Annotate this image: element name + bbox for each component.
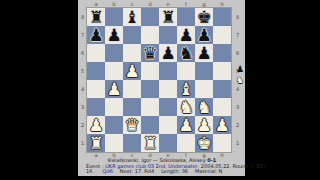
rank-label-3: 3 bbox=[79, 98, 86, 116]
square-c7[interactable] bbox=[123, 26, 141, 44]
square-f2[interactable]: ♟ bbox=[177, 116, 195, 134]
white-bishop: ♝ bbox=[178, 80, 193, 98]
rank-label-6: 6 bbox=[234, 44, 241, 62]
white-pawn: ♟ bbox=[124, 62, 139, 80]
square-g6[interactable]: ♟ bbox=[195, 44, 213, 62]
square-e7[interactable] bbox=[159, 26, 177, 44]
game-caption: Kwiatkowski, Igor — Sokolowka, Alexey 0-… bbox=[86, 158, 238, 175]
square-f6[interactable]: ♞ bbox=[177, 44, 195, 62]
square-d7[interactable] bbox=[141, 26, 159, 44]
rank-label-3: 3 bbox=[234, 98, 241, 116]
square-b8[interactable] bbox=[105, 8, 123, 26]
square-d5[interactable] bbox=[141, 62, 159, 80]
square-c4[interactable] bbox=[123, 80, 141, 98]
file-label-h: h bbox=[213, 1, 231, 8]
board-panel: abcdefgh 87654321 ♜♝♜♚♟♟♟♟♛♟♞♟♟♟♝♞♞♟♛♟♟♟… bbox=[78, 0, 245, 176]
square-b5[interactable] bbox=[105, 62, 123, 80]
square-b6[interactable] bbox=[105, 44, 123, 62]
square-e3[interactable] bbox=[159, 98, 177, 116]
square-h3[interactable] bbox=[213, 98, 231, 116]
white-knight: ♞ bbox=[178, 98, 193, 116]
white-rook: ♜ bbox=[142, 134, 157, 152]
square-a8[interactable]: ♜ bbox=[87, 8, 105, 26]
black-pawn: ♟ bbox=[88, 26, 103, 44]
game-length: Length: 36 bbox=[161, 168, 188, 174]
black-rook: ♜ bbox=[160, 8, 175, 26]
black-rook: ♜ bbox=[88, 8, 103, 26]
square-a6[interactable] bbox=[87, 44, 105, 62]
black-pawn: ♟ bbox=[196, 26, 211, 44]
white-pawn: ♟ bbox=[196, 116, 211, 134]
square-c1[interactable] bbox=[123, 134, 141, 152]
rank-label-1: 1 bbox=[234, 134, 241, 152]
square-g4[interactable] bbox=[195, 80, 213, 98]
square-c6[interactable] bbox=[123, 44, 141, 62]
chess-board: ♜♝♜♚♟♟♟♟♛♟♞♟♟♟♝♞♞♟♛♟♟♟♜♜♚ bbox=[87, 8, 231, 152]
black-knight: ♞ bbox=[178, 44, 193, 62]
black-pawn: ♟ bbox=[196, 44, 211, 62]
square-d8[interactable] bbox=[141, 8, 159, 26]
square-b1[interactable] bbox=[105, 134, 123, 152]
rank-labels-left: 87654321 bbox=[79, 8, 86, 152]
white-queen: ♛ bbox=[124, 116, 139, 134]
captured-white-knight-icon: ♞ bbox=[236, 75, 244, 85]
file-label-b: b bbox=[105, 1, 123, 8]
square-c2[interactable]: ♛ bbox=[123, 116, 141, 134]
square-a2[interactable]: ♟ bbox=[87, 116, 105, 134]
square-g5[interactable] bbox=[195, 62, 213, 80]
square-h1[interactable] bbox=[213, 134, 231, 152]
move-info-line: 16 .Qd6Next: 17. Rd4Length: 36Material: … bbox=[86, 169, 238, 175]
square-h5[interactable] bbox=[213, 62, 231, 80]
move-number: 16 . bbox=[86, 168, 96, 174]
square-c8[interactable]: ♝ bbox=[123, 8, 141, 26]
white-knight: ♞ bbox=[196, 98, 211, 116]
square-e4[interactable] bbox=[159, 80, 177, 98]
square-h2[interactable]: ♟ bbox=[213, 116, 231, 134]
square-f8[interactable] bbox=[177, 8, 195, 26]
rank-label-2: 2 bbox=[234, 116, 241, 134]
rank-label-5: 5 bbox=[79, 62, 86, 80]
rank-label-7: 7 bbox=[234, 26, 241, 44]
black-king: ♚ bbox=[196, 8, 211, 26]
black-queen: ♛ bbox=[142, 44, 157, 62]
square-a4[interactable] bbox=[87, 80, 105, 98]
file-label-d: d bbox=[141, 1, 159, 8]
square-b7[interactable]: ♟ bbox=[105, 26, 123, 44]
black-bishop: ♝ bbox=[124, 8, 139, 26]
square-h7[interactable] bbox=[213, 26, 231, 44]
next-move: Next: 17. Rd4 bbox=[120, 168, 154, 174]
captured-black-pawn-icon: ♟ bbox=[236, 64, 244, 74]
square-e5[interactable] bbox=[159, 62, 177, 80]
square-a3[interactable] bbox=[87, 98, 105, 116]
square-g7[interactable]: ♟ bbox=[195, 26, 213, 44]
white-pawn: ♟ bbox=[88, 116, 103, 134]
square-f3[interactable]: ♞ bbox=[177, 98, 195, 116]
square-g8[interactable]: ♚ bbox=[195, 8, 213, 26]
square-c3[interactable] bbox=[123, 98, 141, 116]
rank-label-2: 2 bbox=[79, 116, 86, 134]
material-balance: Material: N bbox=[195, 168, 222, 174]
rank-label-6: 6 bbox=[79, 44, 86, 62]
square-b2[interactable] bbox=[105, 116, 123, 134]
square-e8[interactable]: ♜ bbox=[159, 8, 177, 26]
square-f7[interactable]: ♟ bbox=[177, 26, 195, 44]
square-f4[interactable]: ♝ bbox=[177, 80, 195, 98]
square-h8[interactable] bbox=[213, 8, 231, 26]
square-d3[interactable] bbox=[141, 98, 159, 116]
material-tray: ♟ ♞ bbox=[235, 64, 245, 94]
square-e6[interactable]: ♟ bbox=[159, 44, 177, 62]
file-label-f: f bbox=[177, 1, 195, 8]
black-pawn: ♟ bbox=[178, 26, 193, 44]
rank-label-8: 8 bbox=[79, 8, 86, 26]
square-g2[interactable]: ♟ bbox=[195, 116, 213, 134]
white-king: ♚ bbox=[196, 134, 211, 152]
square-g1[interactable]: ♚ bbox=[195, 134, 213, 152]
white-pawn: ♟ bbox=[106, 80, 121, 98]
white-pawn: ♟ bbox=[178, 116, 193, 134]
square-e2[interactable] bbox=[159, 116, 177, 134]
square-d6[interactable]: ♛ bbox=[141, 44, 159, 62]
rank-label-7: 7 bbox=[79, 26, 86, 44]
current-move[interactable]: Qd6 bbox=[103, 168, 113, 174]
square-b3[interactable] bbox=[105, 98, 123, 116]
square-f1[interactable] bbox=[177, 134, 195, 152]
square-d2[interactable] bbox=[141, 116, 159, 134]
white-rook: ♜ bbox=[88, 134, 103, 152]
square-d1[interactable]: ♜ bbox=[141, 134, 159, 152]
black-pawn: ♟ bbox=[160, 44, 175, 62]
square-g3[interactable]: ♞ bbox=[195, 98, 213, 116]
square-a1[interactable]: ♜ bbox=[87, 134, 105, 152]
square-a7[interactable]: ♟ bbox=[87, 26, 105, 44]
rank-label-1: 1 bbox=[79, 134, 86, 152]
square-e1[interactable] bbox=[159, 134, 177, 152]
square-h6[interactable] bbox=[213, 44, 231, 62]
white-pawn: ♟ bbox=[214, 116, 229, 134]
rank-label-4: 4 bbox=[79, 80, 86, 98]
square-f5[interactable] bbox=[177, 62, 195, 80]
square-c5[interactable]: ♟ bbox=[123, 62, 141, 80]
square-b4[interactable]: ♟ bbox=[105, 80, 123, 98]
square-d4[interactable] bbox=[141, 80, 159, 98]
square-h4[interactable] bbox=[213, 80, 231, 98]
square-a5[interactable] bbox=[87, 62, 105, 80]
rank-label-8: 8 bbox=[234, 8, 241, 26]
black-pawn: ♟ bbox=[106, 26, 121, 44]
